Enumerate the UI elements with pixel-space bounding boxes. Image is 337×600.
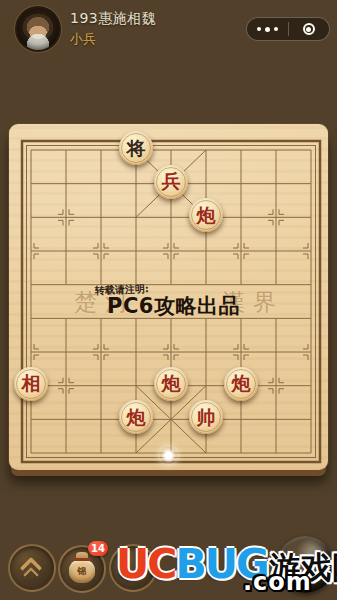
piece-red-兵[interactable]: 兵: [154, 165, 188, 199]
hint-bag-button[interactable]: 锦 14: [58, 545, 106, 593]
piece-label: 兵: [162, 172, 181, 191]
level-title: 193惠施相魏: [70, 10, 156, 28]
piece-label: 相: [22, 374, 41, 393]
board-edge-glow-dot: [160, 447, 177, 464]
chevron-up-icon: [21, 560, 43, 576]
player-avatar[interactable]: [15, 6, 61, 52]
money-bag-icon: 锦: [69, 559, 95, 583]
watermark-uc: UC: [116, 540, 175, 588]
piece-black-将[interactable]: 将: [119, 131, 153, 165]
miniprogram-capsule: [246, 17, 330, 41]
header: 193惠施相魏 小兵: [0, 0, 337, 60]
collapse-button[interactable]: [8, 544, 56, 592]
piece-red-相[interactable]: 相: [14, 367, 48, 401]
center-watermark-brand: PC6攻略出品: [107, 292, 240, 320]
player-name: 小兵: [70, 30, 96, 48]
piece-label: 炮: [197, 206, 216, 225]
piece-label: 炮: [127, 408, 146, 427]
site-watermark-domain: .com: [243, 568, 312, 596]
piece-label: 炮: [162, 374, 181, 393]
piece-red-炮[interactable]: 炮: [224, 367, 258, 401]
piece-label: 帅: [197, 408, 216, 427]
piece-label: 将: [127, 139, 146, 158]
app-screen: 193惠施相魏 小兵 将兵炮相炮炮炮帅 楚河 漢界 转载请注明: PC6攻略出品…: [0, 0, 337, 600]
piece-label: 炮: [232, 374, 251, 393]
hint-count-badge: 14: [88, 541, 108, 556]
more-options-icon[interactable]: [247, 18, 288, 40]
close-target-icon[interactable]: [289, 18, 330, 40]
piece-red-炮[interactable]: 炮: [154, 367, 188, 401]
